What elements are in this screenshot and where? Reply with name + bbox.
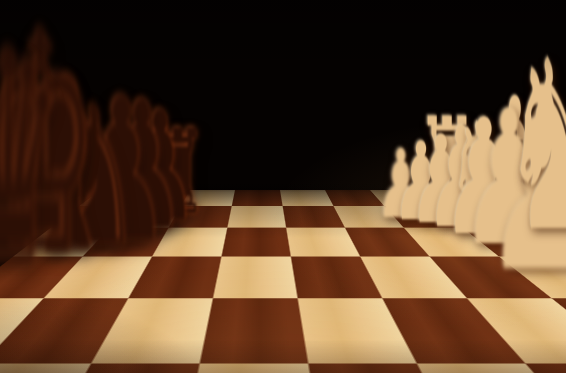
board (0, 190, 566, 373)
square-b6 (169, 206, 232, 227)
square-c5 (221, 228, 290, 257)
chess-photo-scene: ♛♚♝♞♟♟♟♜♟♟♟♟♟♟♟♜♞♝♞ (0, 0, 566, 373)
square-b5 (227, 206, 286, 227)
square-a5 (232, 190, 283, 206)
square-f5 (176, 364, 327, 373)
square-e5 (200, 298, 309, 363)
square-a6 (181, 190, 235, 206)
square-f7 (0, 364, 91, 373)
square-d5 (213, 257, 298, 299)
board-perspective-scene (0, 0, 566, 373)
